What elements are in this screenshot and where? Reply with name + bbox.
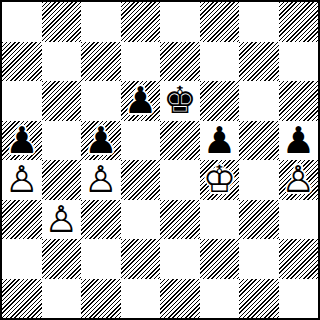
black-king-icon: ♚♚ [160,81,200,121]
square-b2[interactable] [42,239,82,279]
white-king-icon: ♚♔ [200,160,240,200]
white-pawn-icon: ♟♙ [2,160,42,200]
chess-board: ♟♟♚♚♟♟♟♟♟♟♟♟♟♙♟♙♚♔♟♙♟♙ [0,0,320,320]
square-g7[interactable] [239,42,279,82]
square-e7[interactable] [160,42,200,82]
square-a1[interactable] [2,279,42,319]
square-b6[interactable] [42,81,82,121]
square-c1[interactable] [81,279,121,319]
square-b4[interactable] [42,160,82,200]
square-b5[interactable] [42,121,82,161]
square-c3[interactable] [81,200,121,240]
square-a6[interactable] [2,81,42,121]
square-d5[interactable] [121,121,161,161]
square-f5[interactable]: ♟♟ [200,121,240,161]
square-a4[interactable]: ♟♙ [2,160,42,200]
white-pawn-icon: ♟♙ [81,160,121,200]
square-e5[interactable] [160,121,200,161]
square-f4[interactable]: ♚♔ [200,160,240,200]
black-pawn-icon: ♟♟ [2,121,42,161]
square-b7[interactable] [42,42,82,82]
square-g8[interactable] [239,2,279,42]
square-f6[interactable] [200,81,240,121]
square-h7[interactable] [279,42,319,82]
white-pawn-icon: ♟♙ [42,200,82,240]
square-f1[interactable] [200,279,240,319]
square-e6[interactable]: ♚♚ [160,81,200,121]
square-h6[interactable] [279,81,319,121]
square-e4[interactable] [160,160,200,200]
square-b8[interactable] [42,2,82,42]
square-g3[interactable] [239,200,279,240]
square-g2[interactable] [239,239,279,279]
square-g1[interactable] [239,279,279,319]
square-d6[interactable]: ♟♟ [121,81,161,121]
square-a8[interactable] [2,2,42,42]
square-c8[interactable] [81,2,121,42]
square-h4[interactable]: ♟♙ [279,160,319,200]
square-g4[interactable] [239,160,279,200]
square-h8[interactable] [279,2,319,42]
white-pawn-icon: ♟♙ [279,160,319,200]
square-c6[interactable] [81,81,121,121]
square-d2[interactable] [121,239,161,279]
square-c2[interactable] [81,239,121,279]
square-a7[interactable] [2,42,42,82]
black-pawn-icon: ♟♟ [121,81,161,121]
square-h3[interactable] [279,200,319,240]
square-c7[interactable] [81,42,121,82]
square-d3[interactable] [121,200,161,240]
square-e1[interactable] [160,279,200,319]
square-h1[interactable] [279,279,319,319]
square-h5[interactable]: ♟♟ [279,121,319,161]
square-d1[interactable] [121,279,161,319]
square-f3[interactable] [200,200,240,240]
square-e2[interactable] [160,239,200,279]
square-e3[interactable] [160,200,200,240]
square-c5[interactable]: ♟♟ [81,121,121,161]
square-a3[interactable] [2,200,42,240]
black-pawn-icon: ♟♟ [200,121,240,161]
square-d8[interactable] [121,2,161,42]
square-f2[interactable] [200,239,240,279]
square-h2[interactable] [279,239,319,279]
square-f7[interactable] [200,42,240,82]
square-b3[interactable]: ♟♙ [42,200,82,240]
square-a2[interactable] [2,239,42,279]
square-g5[interactable] [239,121,279,161]
square-f8[interactable] [200,2,240,42]
square-c4[interactable]: ♟♙ [81,160,121,200]
square-e8[interactable] [160,2,200,42]
square-a5[interactable]: ♟♟ [2,121,42,161]
square-b1[interactable] [42,279,82,319]
square-d7[interactable] [121,42,161,82]
black-pawn-icon: ♟♟ [279,121,319,161]
square-d4[interactable] [121,160,161,200]
square-g6[interactable] [239,81,279,121]
black-pawn-icon: ♟♟ [81,121,121,161]
